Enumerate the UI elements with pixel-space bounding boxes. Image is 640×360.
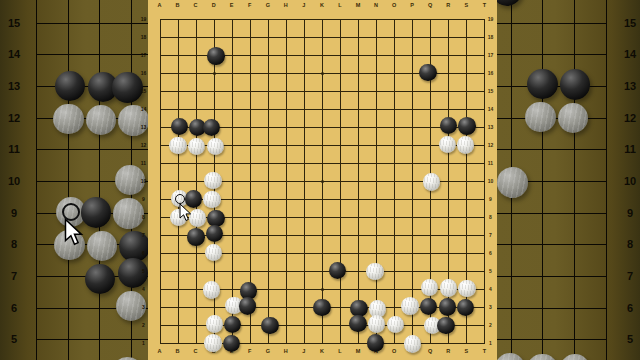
black-stone-R13 bbox=[527, 69, 557, 99]
white-stone-S12 bbox=[558, 103, 588, 133]
coord-label: P bbox=[410, 3, 414, 9]
black-stone-S13 bbox=[458, 117, 475, 134]
star-point bbox=[321, 288, 324, 291]
grid-line bbox=[160, 271, 486, 272]
coord-label: F bbox=[248, 3, 251, 9]
coord-label: L bbox=[338, 349, 341, 355]
white-stone-D6 bbox=[205, 244, 222, 261]
white-stone-D2 bbox=[206, 315, 223, 332]
white-stone-D4 bbox=[203, 281, 220, 298]
black-stone-D13 bbox=[203, 119, 220, 136]
coord-label: 14 bbox=[624, 49, 636, 60]
coord-label: 14 bbox=[488, 106, 494, 111]
coord-label: 6 bbox=[11, 302, 17, 313]
coord-label: 5 bbox=[489, 269, 492, 274]
coord-label: 3 bbox=[489, 305, 492, 310]
black-stone-R13 bbox=[440, 117, 457, 134]
coord-label: 5 bbox=[11, 334, 17, 345]
grid-line bbox=[484, 19, 485, 345]
coord-label: 9 bbox=[489, 197, 492, 202]
black-stone-R2 bbox=[437, 317, 454, 334]
black-stone-K3 bbox=[313, 299, 330, 316]
coord-label: C bbox=[194, 349, 198, 355]
grid-line bbox=[412, 19, 413, 345]
white-stone-C8 bbox=[189, 209, 206, 226]
white-stone-Q4 bbox=[421, 279, 438, 296]
coord-label: 8 bbox=[627, 239, 633, 250]
white-stone-D1 bbox=[204, 334, 221, 351]
black-stone-D17 bbox=[207, 47, 224, 64]
star-point bbox=[213, 72, 216, 75]
coord-label: 12 bbox=[8, 112, 20, 123]
coord-label: Q bbox=[428, 3, 432, 9]
black-stone-F3 bbox=[239, 297, 256, 314]
white-stone-P1 bbox=[404, 335, 421, 352]
coord-label: F bbox=[248, 349, 251, 355]
white-stone-R4 bbox=[440, 279, 457, 296]
coord-label: E bbox=[230, 3, 234, 9]
black-stone-L5 bbox=[329, 262, 346, 279]
white-stone-C12 bbox=[86, 105, 116, 135]
coord-label: 8 bbox=[489, 215, 492, 220]
coord-label: 8 bbox=[11, 239, 17, 250]
coord-label: 15 bbox=[488, 88, 494, 93]
coord-label: K bbox=[320, 3, 324, 9]
coord-label: Q bbox=[428, 349, 432, 355]
coord-label: 9 bbox=[627, 207, 633, 218]
white-stone-B8 bbox=[54, 230, 84, 260]
coord-label: 2 bbox=[489, 323, 492, 328]
white-stone-S4 bbox=[458, 280, 475, 297]
black-stone-C7 bbox=[187, 228, 204, 245]
grid-line bbox=[358, 19, 359, 345]
coord-label: 4 bbox=[489, 287, 492, 292]
coord-label: 10 bbox=[624, 176, 636, 187]
white-stone-N2 bbox=[368, 315, 385, 332]
coord-label: 6 bbox=[489, 251, 492, 256]
black-stone-E2 bbox=[224, 316, 241, 333]
coord-label: 5 bbox=[627, 334, 633, 345]
white-stone-Q4 bbox=[495, 353, 525, 360]
last-move-marker bbox=[62, 203, 80, 221]
white-stone-D6 bbox=[116, 291, 146, 321]
grid-line bbox=[394, 19, 395, 345]
black-stone-D13 bbox=[112, 72, 142, 102]
coord-label: 11 bbox=[8, 144, 20, 155]
white-stone-D9 bbox=[203, 191, 220, 208]
coord-label: 12 bbox=[488, 142, 494, 147]
coord-label: 19 bbox=[488, 16, 494, 21]
coord-label: 14 bbox=[8, 49, 20, 60]
coord-label: A bbox=[158, 349, 162, 355]
coord-label: T bbox=[483, 3, 486, 9]
white-stone-D10 bbox=[204, 172, 221, 189]
coord-label: 18 bbox=[488, 34, 494, 39]
white-stone-S4 bbox=[560, 354, 590, 360]
white-stone-N5 bbox=[366, 263, 383, 280]
coord-label: 16 bbox=[488, 70, 494, 75]
coord-label: G bbox=[266, 349, 270, 355]
coord-label: 15 bbox=[624, 17, 636, 28]
star-point bbox=[321, 180, 324, 183]
coord-label: B bbox=[176, 3, 180, 9]
white-stone-P3 bbox=[401, 297, 418, 314]
coord-label: 10 bbox=[488, 178, 494, 183]
black-stone-C9 bbox=[81, 197, 111, 227]
black-stone-G2 bbox=[261, 317, 278, 334]
black-stone-E1 bbox=[223, 335, 240, 352]
white-stone-B12 bbox=[53, 104, 83, 134]
black-stone-C7 bbox=[85, 264, 115, 294]
coord-label: 9 bbox=[11, 207, 17, 218]
coord-label: 15 bbox=[8, 17, 20, 28]
grid-line bbox=[340, 19, 341, 345]
star-point bbox=[321, 72, 324, 75]
coord-label: R bbox=[446, 349, 450, 355]
white-stone-C8 bbox=[87, 231, 117, 261]
black-stone-N1 bbox=[367, 334, 384, 351]
coord-label: 6 bbox=[627, 302, 633, 313]
coord-label: 17 bbox=[488, 52, 494, 57]
main-goban[interactable]: AA19BB18CC17DD16EE15FF14GG13HH12JJ11KK10… bbox=[148, 0, 497, 360]
last-move-marker bbox=[175, 194, 185, 204]
white-stone-D9 bbox=[113, 198, 143, 228]
coord-label: G bbox=[266, 3, 270, 9]
coord-label: J bbox=[302, 349, 305, 355]
coord-label: H bbox=[284, 349, 288, 355]
black-stone-Q3 bbox=[420, 298, 437, 315]
black-stone-S3 bbox=[457, 299, 474, 316]
grid-line bbox=[542, 0, 543, 360]
coord-label: K bbox=[320, 349, 324, 355]
grid-line bbox=[574, 0, 575, 360]
coord-label: B bbox=[176, 349, 180, 355]
coord-label: J bbox=[302, 3, 305, 9]
black-stone-B13 bbox=[171, 118, 188, 135]
black-stone-B13 bbox=[55, 71, 85, 101]
white-stone-R4 bbox=[527, 354, 557, 360]
black-stone-D7 bbox=[118, 258, 148, 288]
coord-label: 13 bbox=[8, 81, 20, 92]
coord-label: T bbox=[483, 349, 486, 355]
white-stone-D12 bbox=[207, 138, 224, 155]
white-stone-B8 bbox=[170, 209, 187, 226]
coord-label: 7 bbox=[489, 233, 492, 238]
white-stone-S12 bbox=[457, 136, 474, 153]
coord-label: 11 bbox=[624, 144, 636, 155]
white-stone-R12 bbox=[439, 136, 456, 153]
black-stone-M2 bbox=[349, 315, 366, 332]
coord-label: A bbox=[158, 3, 162, 9]
coord-label: 13 bbox=[624, 81, 636, 92]
white-stone-Q10 bbox=[423, 173, 440, 190]
coord-label: 10 bbox=[8, 176, 20, 187]
grid-line bbox=[606, 0, 607, 360]
white-stone-D12 bbox=[118, 105, 148, 135]
grid-line bbox=[376, 19, 377, 345]
black-stone-R3 bbox=[439, 298, 456, 315]
coord-label: C bbox=[194, 3, 198, 9]
coord-label: O bbox=[392, 349, 396, 355]
coord-label: L bbox=[338, 3, 341, 9]
black-stone-D7 bbox=[206, 225, 223, 242]
coord-label: N bbox=[374, 3, 378, 9]
white-stone-O2 bbox=[387, 316, 404, 333]
white-stone-D10 bbox=[115, 165, 145, 195]
coord-label: 11 bbox=[488, 160, 493, 165]
coord-label: M bbox=[356, 3, 361, 9]
coord-label: O bbox=[392, 3, 396, 9]
coord-label: M bbox=[356, 349, 361, 355]
black-stone-Q16 bbox=[419, 64, 436, 81]
coord-label: D bbox=[212, 3, 216, 9]
coord-label: 13 bbox=[488, 124, 494, 129]
white-stone-Q10 bbox=[497, 167, 527, 197]
coord-label: 7 bbox=[627, 270, 633, 281]
black-stone-C9 bbox=[185, 190, 202, 207]
coord-label: 12 bbox=[624, 112, 636, 123]
coord-label: S bbox=[465, 3, 469, 9]
white-stone-B12 bbox=[169, 137, 186, 154]
coord-label: R bbox=[446, 3, 450, 9]
white-stone-C12 bbox=[188, 138, 205, 155]
coord-label: H bbox=[284, 3, 288, 9]
coord-label: 7 bbox=[11, 270, 17, 281]
coord-label: S bbox=[465, 349, 469, 355]
black-stone-S13 bbox=[560, 69, 590, 99]
white-stone-R12 bbox=[525, 102, 555, 132]
coord-label: 1 bbox=[489, 341, 492, 346]
